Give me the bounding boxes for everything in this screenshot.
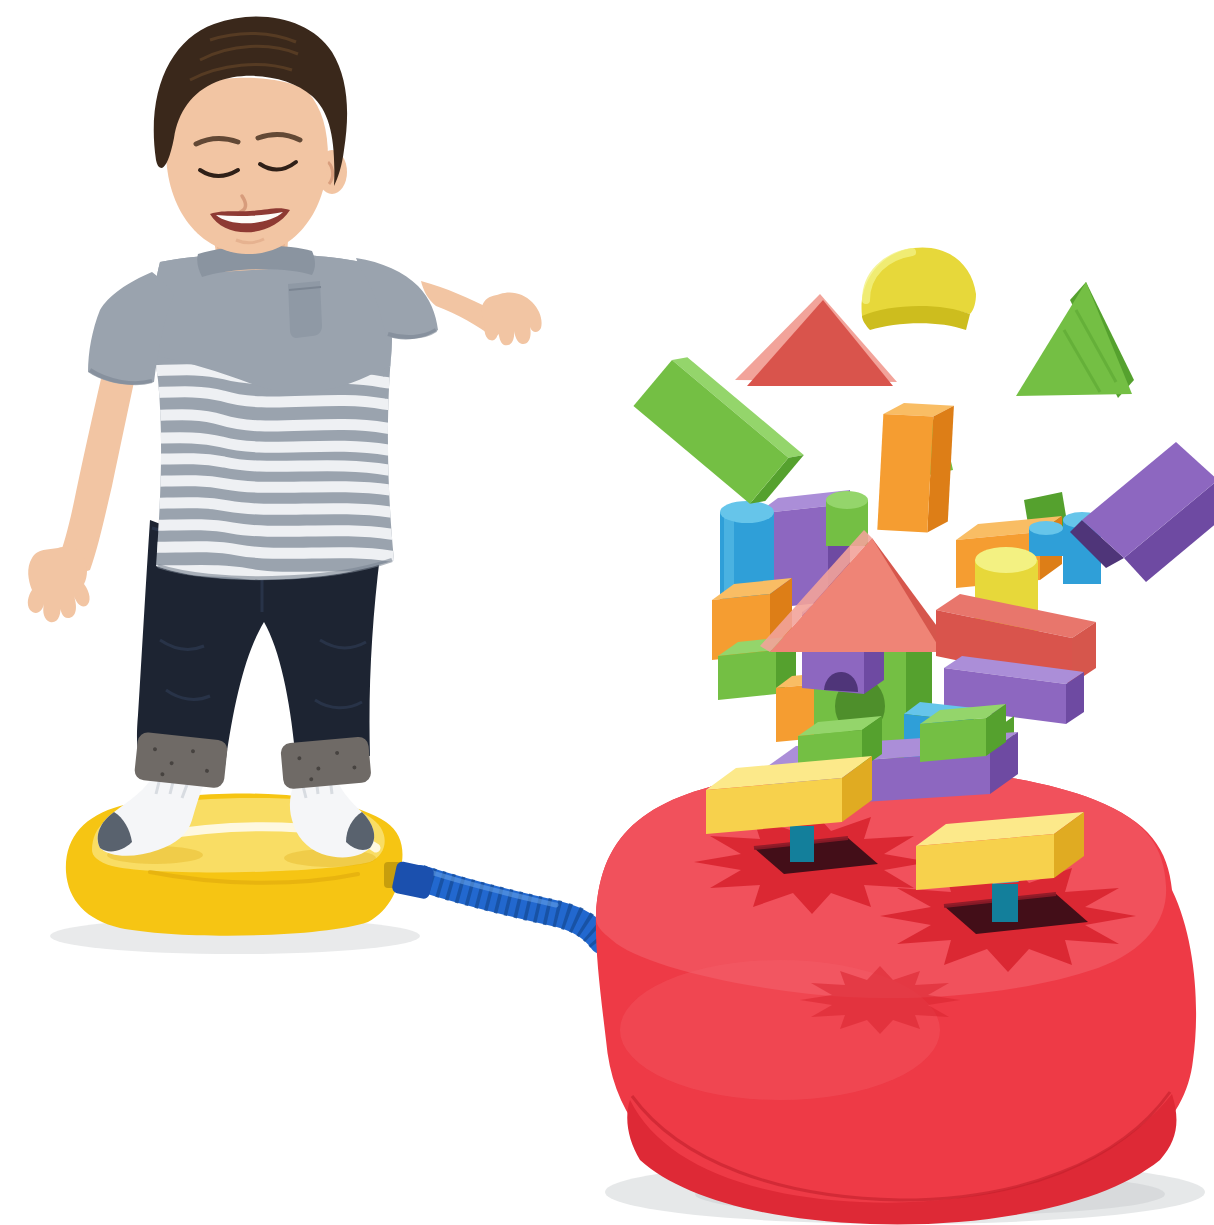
cuff-left: [134, 732, 229, 789]
cuff-right: [280, 736, 372, 789]
product-photo: [0, 0, 1214, 1225]
flying-green-prism: [1016, 282, 1134, 398]
blue-cylinder-small: [1029, 521, 1063, 556]
air-hose: [391, 861, 602, 941]
launcher-base: [596, 767, 1196, 1224]
scene-svg: [0, 0, 1214, 1225]
flying-yellow-dome: [862, 247, 976, 330]
hand-left: [28, 546, 90, 622]
peg-left: [790, 826, 814, 862]
hose-connector: [391, 861, 435, 900]
child-figure: [28, 17, 542, 858]
child-head: [154, 17, 347, 255]
arm-left: [58, 366, 134, 572]
flying-orange-block: [877, 402, 954, 533]
hand-right: [481, 292, 541, 345]
hose-tube: [420, 878, 602, 941]
peg-right: [992, 884, 1018, 922]
